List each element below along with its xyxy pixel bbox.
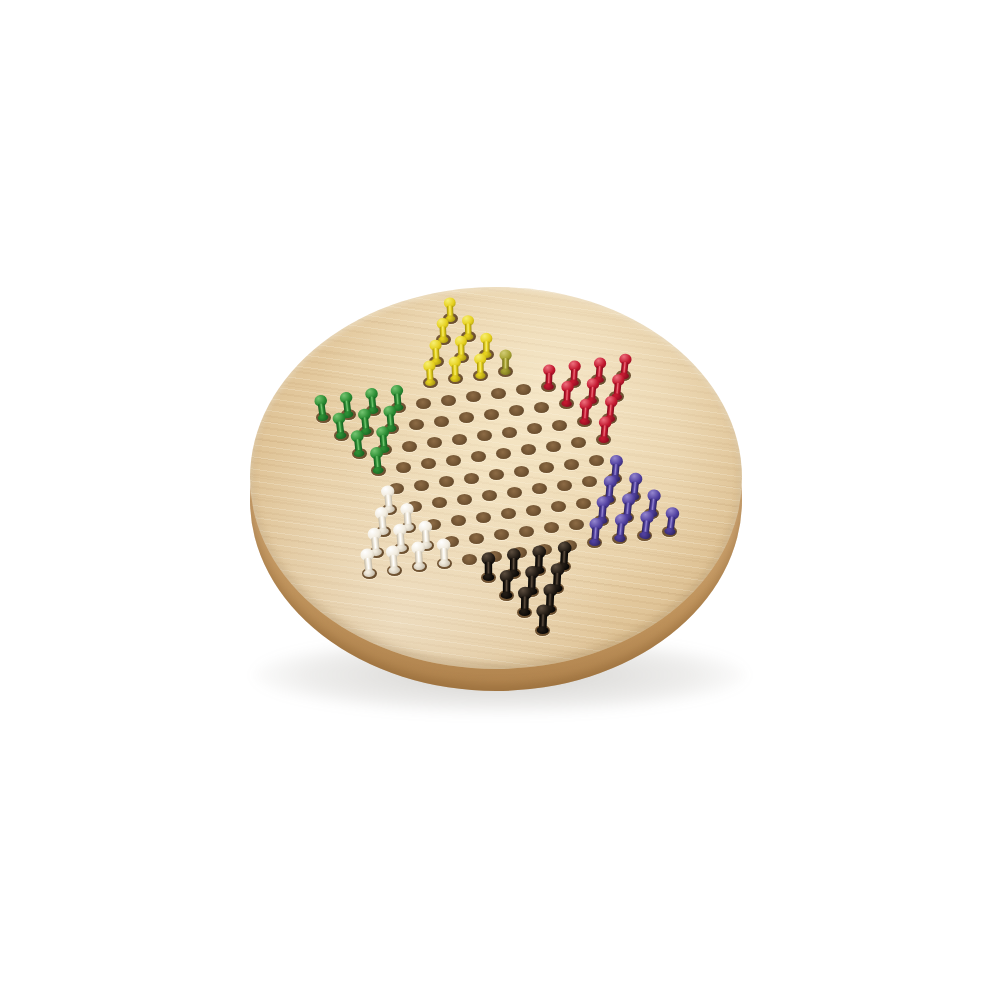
board-layer	[0, 0, 1000, 1000]
hole[interactable]	[462, 554, 477, 565]
peg-base	[500, 591, 512, 599]
peg-olive-yellow[interactable]	[498, 350, 511, 376]
hole[interactable]	[452, 434, 467, 445]
peg-red[interactable]	[559, 381, 574, 408]
peg-green[interactable]	[368, 447, 384, 475]
peg-base	[499, 369, 509, 376]
peg-base	[518, 609, 530, 617]
hole[interactable]	[469, 533, 484, 544]
peg-base	[438, 559, 450, 567]
hole[interactable]	[441, 395, 456, 406]
peg-base	[664, 527, 676, 536]
hole[interactable]	[516, 384, 531, 395]
hole[interactable]	[501, 508, 516, 519]
hole[interactable]	[439, 476, 454, 487]
peg-red[interactable]	[541, 364, 555, 390]
hole[interactable]	[582, 476, 597, 487]
hole[interactable]	[491, 388, 506, 399]
peg-base	[613, 534, 625, 542]
peg-red[interactable]	[596, 416, 612, 444]
hole[interactable]	[534, 402, 549, 413]
hole[interactable]	[482, 490, 497, 501]
peg-green[interactable]	[313, 394, 330, 422]
peg-purple[interactable]	[587, 517, 604, 546]
peg-black[interactable]	[480, 552, 495, 581]
peg-base	[449, 375, 460, 382]
hole[interactable]	[576, 498, 591, 509]
hole[interactable]	[464, 473, 479, 484]
peg-base	[588, 538, 600, 546]
hole[interactable]	[484, 409, 499, 420]
hole[interactable]	[564, 459, 579, 470]
hole[interactable]	[402, 441, 417, 452]
hole[interactable]	[477, 430, 492, 441]
hole[interactable]	[396, 462, 411, 473]
peg-base	[413, 562, 425, 570]
hole[interactable]	[459, 412, 474, 423]
hole[interactable]	[432, 497, 447, 508]
hole[interactable]	[571, 437, 586, 448]
hole[interactable]	[451, 515, 466, 526]
hole[interactable]	[457, 494, 472, 505]
peg-white[interactable]	[410, 541, 426, 570]
hole[interactable]	[569, 519, 584, 530]
hole[interactable]	[494, 529, 509, 540]
hole[interactable]	[551, 501, 566, 512]
peg-base	[543, 383, 554, 390]
peg-white[interactable]	[385, 544, 402, 574]
hole[interactable]	[544, 522, 559, 533]
hole[interactable]	[546, 441, 561, 452]
hole[interactable]	[416, 398, 431, 409]
hole[interactable]	[552, 420, 567, 431]
peg-red[interactable]	[578, 398, 593, 425]
peg-white[interactable]	[436, 538, 452, 567]
peg-base	[317, 414, 328, 422]
hole[interactable]	[427, 437, 442, 448]
hole[interactable]	[589, 455, 604, 466]
hole[interactable]	[521, 444, 536, 455]
hole[interactable]	[496, 448, 511, 459]
hole[interactable]	[532, 483, 547, 494]
peg-yellow[interactable]	[447, 357, 461, 383]
hole[interactable]	[409, 419, 424, 430]
peg-base	[482, 573, 494, 581]
peg-purple[interactable]	[612, 513, 629, 542]
peg-yellow[interactable]	[473, 353, 487, 379]
hole[interactable]	[502, 427, 517, 438]
peg-yellow[interactable]	[422, 360, 437, 386]
hole[interactable]	[489, 469, 504, 480]
peg-base	[372, 467, 384, 475]
hole[interactable]	[471, 451, 486, 462]
hole[interactable]	[466, 391, 481, 402]
hole[interactable]	[527, 423, 542, 434]
hole[interactable]	[507, 487, 522, 498]
peg-black[interactable]	[498, 569, 513, 598]
hole[interactable]	[514, 466, 529, 477]
peg-base	[335, 431, 347, 439]
peg-base	[474, 372, 484, 379]
hole[interactable]	[414, 480, 429, 491]
peg-base	[388, 566, 400, 574]
peg-base	[639, 531, 651, 540]
hole[interactable]	[446, 455, 461, 466]
peg-black[interactable]	[535, 604, 551, 634]
peg-base	[536, 626, 548, 634]
peg-purple[interactable]	[662, 506, 680, 536]
peg-base	[363, 569, 375, 578]
hole[interactable]	[519, 526, 534, 537]
product-photo: Chinese Checkers - round wooden peg boar…	[0, 0, 1000, 1000]
peg-black[interactable]	[517, 587, 533, 617]
peg-base	[579, 418, 590, 426]
peg-white[interactable]	[359, 548, 377, 578]
hole[interactable]	[539, 462, 554, 473]
peg-base	[561, 400, 572, 407]
hole[interactable]	[476, 512, 491, 523]
hole[interactable]	[557, 480, 572, 491]
peg-base	[597, 435, 608, 443]
peg-base	[353, 449, 365, 457]
hole[interactable]	[509, 405, 524, 416]
hole[interactable]	[421, 458, 436, 469]
peg-base	[424, 379, 435, 386]
hole[interactable]	[434, 416, 449, 427]
hole[interactable]	[526, 505, 541, 516]
